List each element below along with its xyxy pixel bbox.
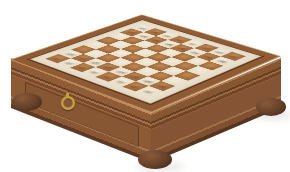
white-pawn: ♟ bbox=[156, 73, 168, 87]
black-pawn: ♟ bbox=[151, 29, 162, 41]
white-rook: ♜ bbox=[142, 75, 158, 92]
black-pawn: ♟ bbox=[138, 25, 149, 37]
black-pawn: ♟ bbox=[216, 49, 228, 62]
black-rook: ♜ bbox=[226, 41, 240, 57]
black-pawn: ♟ bbox=[203, 45, 215, 58]
black-pawn: ♟ bbox=[126, 21, 137, 33]
case-foot-left bbox=[12, 93, 42, 111]
black-pawn: ♟ bbox=[189, 41, 201, 54]
case-foot-near bbox=[138, 150, 172, 169]
black-pawn: ♟ bbox=[176, 36, 187, 49]
black-pawn: ♟ bbox=[163, 32, 174, 45]
chess-set-photo: ♜♞♝♛♚♝♞♜♟♟♟♟♟♟♟♟♟♟♟♟♟♟♟♟♜♞♝♛♚♝♞♜ bbox=[0, 0, 290, 172]
case-foot-right bbox=[256, 98, 286, 116]
drawer-ring-pull bbox=[61, 96, 75, 110]
